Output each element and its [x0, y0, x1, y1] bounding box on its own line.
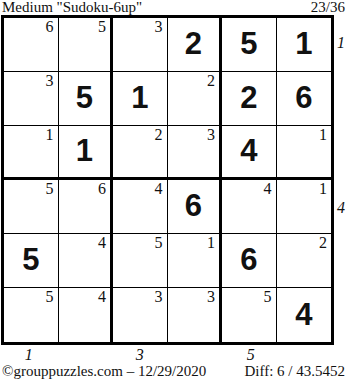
- given-digit: 1: [76, 135, 93, 166]
- row-label-1: 1: [335, 15, 347, 70]
- cell-r4c1[interactable]: 5: [4, 180, 59, 234]
- cell-r2c5[interactable]: 2: [222, 72, 277, 126]
- corner-mark: 5: [264, 289, 272, 305]
- cell-r5c3[interactable]: 5: [113, 234, 168, 288]
- corner-mark: 4: [98, 235, 106, 251]
- corner-mark: 3: [155, 19, 163, 35]
- corner-mark: 4: [98, 289, 106, 305]
- row-label-6: [335, 290, 347, 345]
- corner-mark: 6: [98, 181, 106, 197]
- row-label-4: 4: [335, 180, 347, 235]
- cell-r2c3[interactable]: 1: [113, 72, 168, 126]
- cell-r3c4[interactable]: 3: [168, 126, 223, 180]
- col-label-6: [279, 346, 335, 363]
- given-digit: 5: [22, 244, 39, 275]
- cell-r5c6[interactable]: 2: [277, 234, 332, 288]
- corner-mark: 4: [264, 181, 272, 197]
- cell-r1c6[interactable]: 1: [277, 18, 332, 72]
- given-digit: 4: [240, 135, 257, 166]
- given-digit: 6: [240, 244, 257, 275]
- cell-r3c3[interactable]: 2: [113, 126, 168, 180]
- cell-r5c2[interactable]: 4: [59, 234, 114, 288]
- cell-r5c1[interactable]: 5: [4, 234, 59, 288]
- cell-r3c6[interactable]: 1: [277, 126, 332, 180]
- row-label-3: [335, 125, 347, 180]
- corner-mark: 1: [46, 127, 54, 143]
- footer: ©grouppuzzles.com – 12/29/2020 Diff: 6 /…: [2, 363, 345, 379]
- cell-r4c6[interactable]: 1: [277, 180, 332, 234]
- given-digit: 1: [295, 28, 312, 59]
- cell-r3c2[interactable]: 1: [59, 126, 114, 180]
- given-digit: 6: [185, 190, 202, 221]
- puzzle-page: { "game": "sudoku-6x6 (Sudoku-6up, 3x2 b…: [0, 0, 347, 381]
- row-label-5: [335, 235, 347, 290]
- given-digit: 1: [131, 82, 148, 113]
- given-digit: 5: [240, 28, 257, 59]
- cell-r6c2[interactable]: 4: [59, 288, 114, 342]
- col-label-3: 3: [112, 346, 168, 363]
- cell-r4c3[interactable]: 4: [113, 180, 168, 234]
- cell-r6c5[interactable]: 5: [222, 288, 277, 342]
- given-digit: 4: [295, 299, 312, 330]
- cell-r1c2[interactable]: 5: [59, 18, 114, 72]
- col-label-5: 5: [223, 346, 279, 363]
- given-digit: 6: [295, 82, 312, 113]
- cell-r5c4[interactable]: 1: [168, 234, 223, 288]
- corner-mark: 5: [155, 235, 163, 251]
- header: Medium "Sudoku-6up" 23/36: [2, 0, 345, 15]
- cell-r6c1[interactable]: 5: [4, 288, 59, 342]
- cell-r4c2[interactable]: 6: [59, 180, 114, 234]
- corner-mark: 3: [207, 289, 215, 305]
- corner-mark: 6: [46, 19, 54, 35]
- row-label-2: [335, 70, 347, 125]
- cell-r2c6[interactable]: 6: [277, 72, 332, 126]
- corner-mark: 2: [207, 73, 215, 89]
- cell-r2c2[interactable]: 5: [59, 72, 114, 126]
- cell-r3c5[interactable]: 4: [222, 126, 277, 180]
- corner-mark: 1: [319, 127, 327, 143]
- col-label-4: [168, 346, 224, 363]
- col-labels: 135: [1, 346, 334, 363]
- corner-mark: 5: [46, 181, 54, 197]
- cell-r6c3[interactable]: 3: [113, 288, 168, 342]
- given-digit: 2: [185, 28, 202, 59]
- corner-mark: 3: [46, 73, 54, 89]
- cell-r6c4[interactable]: 3: [168, 288, 223, 342]
- given-digit: 2: [240, 82, 257, 113]
- cell-r4c5[interactable]: 4: [222, 180, 277, 234]
- row-labels: 14: [335, 15, 347, 345]
- puzzle-counter: 23/36: [311, 0, 345, 15]
- corner-mark: 1: [319, 181, 327, 197]
- cell-r6c6[interactable]: 4: [277, 288, 332, 342]
- cell-r1c3[interactable]: 3: [113, 18, 168, 72]
- difficulty-text: Diff: 6 / 43.5452: [244, 363, 345, 379]
- cell-r2c1[interactable]: 3: [4, 72, 59, 126]
- cell-r1c4[interactable]: 2: [168, 18, 223, 72]
- cell-r2c4[interactable]: 2: [168, 72, 223, 126]
- col-label-2: [57, 346, 113, 363]
- corner-mark: 5: [46, 289, 54, 305]
- page-title: Medium "Sudoku-6up": [2, 0, 142, 15]
- corner-mark: 1: [207, 235, 215, 251]
- col-label-1: 1: [1, 346, 57, 363]
- corner-mark: 2: [319, 235, 327, 251]
- cell-r4c4[interactable]: 6: [168, 180, 223, 234]
- cell-r1c5[interactable]: 5: [222, 18, 277, 72]
- given-digit: 5: [76, 82, 93, 113]
- corner-mark: 3: [155, 289, 163, 305]
- corner-mark: 3: [207, 127, 215, 143]
- cell-r3c1[interactable]: 1: [4, 126, 59, 180]
- corner-mark: 2: [155, 127, 163, 143]
- cell-r1c1[interactable]: 6: [4, 18, 59, 72]
- sudoku-grid: 653251351226112341564641545162543354: [1, 15, 334, 345]
- corner-mark: 4: [155, 181, 163, 197]
- corner-mark: 5: [98, 19, 106, 35]
- cell-r5c5[interactable]: 6: [222, 234, 277, 288]
- copyright-text: ©grouppuzzles.com – 12/29/2020: [2, 363, 206, 379]
